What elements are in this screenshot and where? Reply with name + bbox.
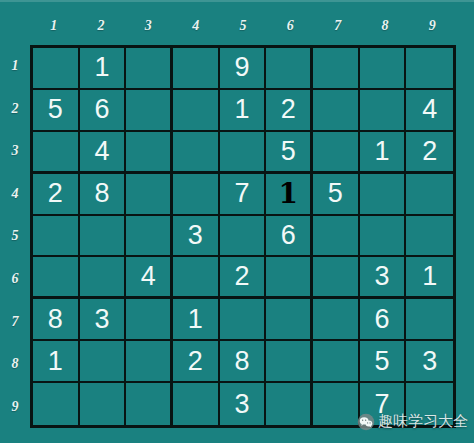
cell-r8c1-given-1: 1	[33, 341, 80, 383]
watermark-text: 趣味学习大全	[378, 412, 468, 431]
cell-r1c2-given-1: 1	[80, 48, 127, 90]
cell-r5c4-given-3: 3	[173, 216, 220, 258]
sudoku-page: 123456789 123456789 19561244512287153642…	[0, 0, 474, 443]
cell-r9c5-given-3: 3	[220, 383, 267, 425]
cell-r1c8-empty	[360, 48, 407, 90]
cell-r5c9-empty	[406, 216, 453, 258]
cell-r2c8-empty	[360, 90, 407, 132]
cell-r3c5-empty	[220, 132, 267, 174]
cell-r6c2-empty	[80, 257, 127, 299]
row-label-2: 2	[2, 88, 28, 131]
cell-r9c4-empty	[173, 383, 220, 425]
cell-r6c3-given-4: 4	[126, 257, 173, 299]
cell-r4c6-given-1: 1	[266, 174, 313, 216]
cell-r5c8-empty	[360, 216, 407, 258]
row-labels: 123456789	[2, 45, 28, 428]
cell-r2c5-given-1: 1	[220, 90, 267, 132]
cell-r7c7-empty	[313, 299, 360, 341]
cell-r8c4-given-2: 2	[173, 341, 220, 383]
cell-r8c7-empty	[313, 341, 360, 383]
cell-r4c3-empty	[126, 174, 173, 216]
row-label-4: 4	[2, 173, 28, 216]
cell-r8c9-given-3: 3	[406, 341, 453, 383]
cell-r3c3-empty	[126, 132, 173, 174]
cell-r5c7-empty	[313, 216, 360, 258]
cell-r1c6-empty	[266, 48, 313, 90]
cell-r2c4-empty	[173, 90, 220, 132]
cell-r4c7-given-5: 5	[313, 174, 360, 216]
cell-r7c1-given-8: 8	[33, 299, 80, 341]
cell-r3c9-given-2: 2	[406, 132, 453, 174]
cell-r6c4-empty	[173, 257, 220, 299]
cell-r8c2-empty	[80, 341, 127, 383]
cell-r6c7-empty	[313, 257, 360, 299]
cell-r3c2-given-4: 4	[80, 132, 127, 174]
cell-r4c4-empty	[173, 174, 220, 216]
cell-r7c2-given-3: 3	[80, 299, 127, 341]
cell-r1c1-empty	[33, 48, 80, 90]
cell-r5c1-empty	[33, 216, 80, 258]
col-label-3: 3	[125, 15, 172, 37]
col-label-4: 4	[172, 15, 219, 37]
row-label-9: 9	[2, 385, 28, 428]
cell-r7c5-empty	[220, 299, 267, 341]
cell-r2c6-given-2: 2	[266, 90, 313, 132]
cell-r5c2-empty	[80, 216, 127, 258]
sudoku-board: 195612445122871536423183161285337	[30, 45, 456, 428]
row-label-5: 5	[2, 215, 28, 258]
cell-r6c1-empty	[33, 257, 80, 299]
cell-r7c4-given-1: 1	[173, 299, 220, 341]
watermark: 趣味学习大全	[357, 412, 468, 431]
cell-r4c5-given-7: 7	[220, 174, 267, 216]
cell-r7c8-given-6: 6	[360, 299, 407, 341]
col-label-8: 8	[361, 15, 408, 37]
cell-r4c8-empty	[360, 174, 407, 216]
top-edge-highlight	[0, 0, 474, 2]
cell-r8c5-given-8: 8	[220, 341, 267, 383]
row-label-6: 6	[2, 258, 28, 301]
wechat-icon	[357, 413, 375, 431]
cell-r1c5-given-9: 9	[220, 48, 267, 90]
cell-r1c3-empty	[126, 48, 173, 90]
cell-r7c9-empty	[406, 299, 453, 341]
cell-r9c2-empty	[80, 383, 127, 425]
cell-r2c7-empty	[313, 90, 360, 132]
cell-r6c8-given-3: 3	[360, 257, 407, 299]
cell-r4c2-given-8: 8	[80, 174, 127, 216]
col-label-6: 6	[267, 15, 314, 37]
cell-r8c8-given-5: 5	[360, 341, 407, 383]
cell-r2c1-given-5: 5	[33, 90, 80, 132]
cell-r7c3-empty	[126, 299, 173, 341]
cell-r1c7-empty	[313, 48, 360, 90]
cell-r9c1-empty	[33, 383, 80, 425]
cell-r9c3-empty	[126, 383, 173, 425]
cell-r9c7-empty	[313, 383, 360, 425]
cell-r3c1-empty	[33, 132, 80, 174]
cell-r4c9-empty	[406, 174, 453, 216]
cell-r8c3-empty	[126, 341, 173, 383]
row-label-3: 3	[2, 130, 28, 173]
row-label-7: 7	[2, 300, 28, 343]
col-label-9: 9	[409, 15, 456, 37]
col-label-7: 7	[314, 15, 361, 37]
col-label-1: 1	[30, 15, 77, 37]
cell-r5c5-empty	[220, 216, 267, 258]
cell-r4c1-given-2: 2	[33, 174, 80, 216]
cell-r2c3-empty	[126, 90, 173, 132]
cell-r6c6-empty	[266, 257, 313, 299]
cell-r6c9-given-1: 1	[406, 257, 453, 299]
col-label-5: 5	[219, 15, 266, 37]
cell-r3c6-given-5: 5	[266, 132, 313, 174]
cell-r3c8-given-1: 1	[360, 132, 407, 174]
cell-r9c6-empty	[266, 383, 313, 425]
cell-r2c2-given-6: 6	[80, 90, 127, 132]
cell-r2c9-given-4: 4	[406, 90, 453, 132]
column-labels: 123456789	[30, 15, 456, 37]
cell-r6c5-given-2: 2	[220, 257, 267, 299]
cell-r5c3-empty	[126, 216, 173, 258]
cell-r7c6-empty	[266, 299, 313, 341]
col-label-2: 2	[77, 15, 124, 37]
row-label-8: 8	[2, 343, 28, 386]
cell-r3c4-empty	[173, 132, 220, 174]
cell-r1c9-empty	[406, 48, 453, 90]
cell-r8c6-empty	[266, 341, 313, 383]
cell-r1c4-empty	[173, 48, 220, 90]
cell-r5c6-given-6: 6	[266, 216, 313, 258]
cell-r3c7-empty	[313, 132, 360, 174]
row-label-1: 1	[2, 45, 28, 88]
